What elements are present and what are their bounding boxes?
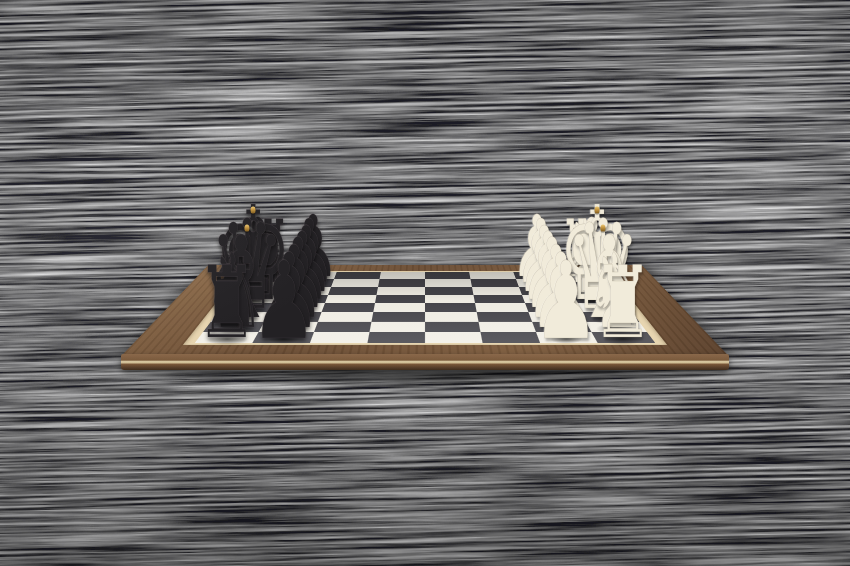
piece-black-pawn-a7: ♟ (251, 247, 316, 354)
chess-photo-stage: ♜♟♟♜♞♟♟♞♝♟♟♝♚♟♟♚♛♟♟♛♝♟♟♝♞♟♟♞♜♟♟♜ (0, 0, 850, 566)
piece-white-pawn-a2: ♟ (534, 247, 599, 354)
piece-white-rook-a1: ♜ (592, 254, 653, 353)
piece-black-rook-a8: ♜ (197, 254, 258, 353)
pieces-layer: ♜♟♟♜♞♟♟♞♝♟♟♝♚♟♟♚♛♟♟♛♝♟♟♝♞♟♟♞♜♟♟♜ (0, 0, 850, 566)
